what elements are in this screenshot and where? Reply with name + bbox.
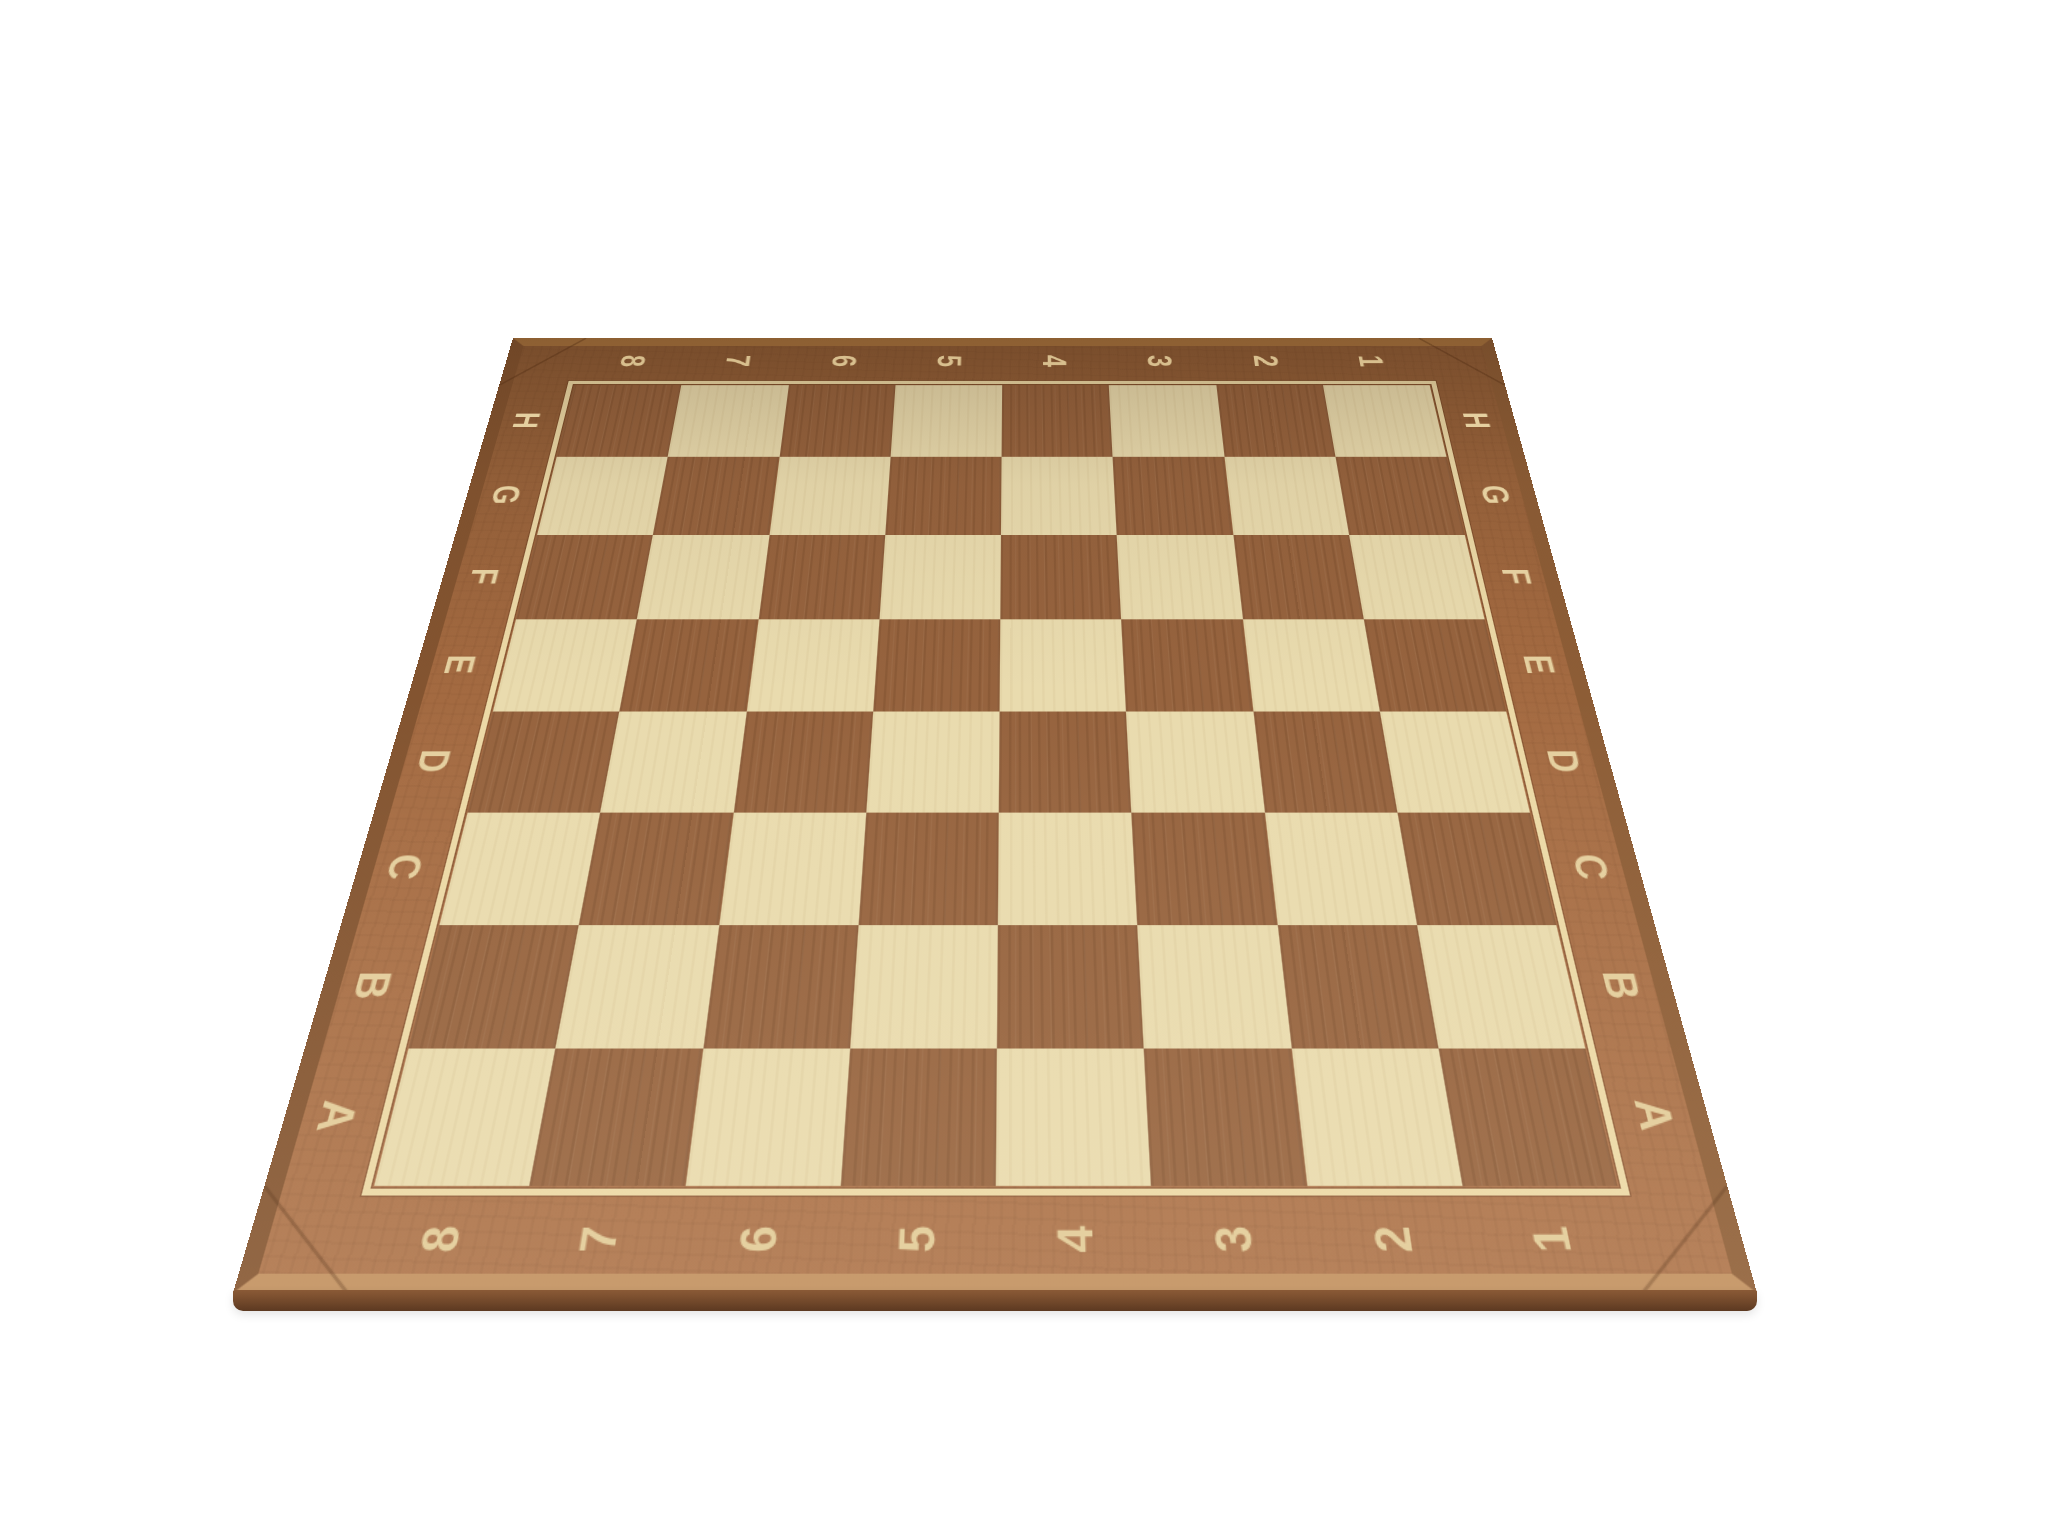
square-f5 [879,535,1001,620]
square-c3 [1132,813,1277,925]
square-g1 [1335,457,1464,535]
square-e8 [493,619,637,711]
square-f3 [1117,535,1243,620]
square-d5 [866,712,1000,813]
square-f1 [1349,535,1485,620]
square-h8 [557,385,682,457]
square-h5 [890,385,1002,457]
square-b2 [1277,925,1438,1049]
square-b3 [1137,925,1291,1049]
square-a3 [1144,1048,1307,1186]
square-h4 [1002,385,1113,457]
square-a7 [530,1048,703,1186]
square-e2 [1242,619,1379,711]
square-e3 [1121,619,1253,711]
square-e6 [746,619,879,711]
square-d4 [999,712,1132,813]
square-d3 [1126,712,1264,813]
square-b4 [997,925,1144,1049]
square-b6 [703,925,859,1049]
square-g8 [537,457,668,535]
square-c8 [440,813,601,925]
square-f2 [1233,535,1364,620]
square-g3 [1113,457,1233,535]
square-c4 [998,813,1138,925]
square-g4 [1001,457,1117,535]
square-d8 [468,712,620,813]
square-c6 [719,813,866,925]
product-photo-canvas: 88HH77GG66FF55EE44DD33CC22BB11AA [0,0,2048,1535]
square-g6 [769,457,890,535]
playing-field [374,385,1617,1186]
chessboard: 88HH77GG66FF55EE44DD33CC22BB11AA [233,338,1757,1293]
square-d1 [1380,712,1530,813]
square-d2 [1253,712,1397,813]
square-h1 [1323,385,1447,457]
square-c7 [579,813,733,925]
square-g7 [653,457,779,535]
square-d6 [733,712,873,813]
square-c2 [1264,813,1416,925]
square-c5 [858,813,998,925]
square-h2 [1216,385,1335,457]
square-h6 [779,385,895,457]
square-b7 [556,925,719,1049]
square-b1 [1417,925,1586,1049]
board-front-edge [233,1290,1757,1311]
square-a2 [1291,1048,1462,1186]
square-b8 [409,925,580,1049]
square-f6 [758,535,885,620]
square-f4 [1000,535,1121,620]
square-d7 [600,712,746,813]
square-e1 [1363,619,1506,711]
square-a4 [996,1048,1151,1186]
square-h7 [668,385,788,457]
square-g5 [885,457,1002,535]
square-e7 [620,619,759,711]
square-e4 [1000,619,1127,711]
square-b5 [850,925,998,1049]
square-h3 [1109,385,1224,457]
square-f7 [637,535,769,620]
square-a6 [685,1048,850,1186]
square-f8 [516,535,653,620]
square-e5 [873,619,1000,711]
square-c1 [1397,813,1556,925]
square-a5 [840,1048,997,1186]
square-g2 [1224,457,1349,535]
